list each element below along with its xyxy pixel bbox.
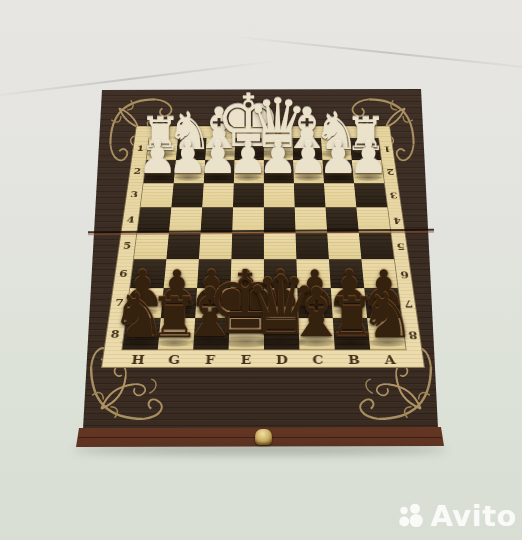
brass-clasp [255, 429, 272, 445]
square-c6 [296, 259, 330, 287]
board-cast-shadow [74, 445, 446, 454]
square-c1 [292, 138, 322, 160]
square-e4 [232, 207, 264, 232]
square-d7 [264, 288, 298, 318]
square-b6 [329, 259, 364, 287]
square-h8 [122, 318, 160, 350]
square-b5 [327, 233, 361, 260]
file-label-f: F [191, 350, 228, 369]
square-a6 [361, 259, 397, 287]
background-fabric-crease [231, 35, 522, 70]
file-label-far-c: C [292, 127, 321, 137]
square-b7 [331, 288, 367, 318]
corner-square-filigree [354, 142, 376, 156]
square-g8 [158, 318, 195, 350]
file-label-c: C [300, 350, 337, 369]
square-a7 [364, 288, 401, 318]
watermark: Avito [398, 499, 517, 533]
square-f5 [199, 233, 232, 260]
file-label-far-e: E [235, 127, 264, 137]
square-h2 [144, 160, 176, 183]
square-f6 [197, 259, 231, 287]
file-label-far-b: B [321, 127, 350, 137]
square-a5 [359, 233, 394, 260]
rank-label-3: 3 [125, 183, 143, 207]
file-labels-far-edge: HGFEDCBA [149, 127, 379, 137]
square-f2 [204, 160, 235, 183]
file-label-far-h: H [149, 127, 179, 137]
square-f8 [193, 318, 229, 350]
avito-logo-icon [398, 503, 425, 530]
square-h3 [141, 183, 174, 207]
file-label-a: A [371, 350, 409, 369]
square-d1 [264, 138, 293, 160]
chess-board-grid [121, 138, 406, 351]
file-label-far-d: D [264, 127, 293, 137]
square-d2 [264, 160, 294, 183]
square-d3 [264, 183, 295, 207]
square-g5 [166, 233, 200, 260]
square-b1 [321, 138, 352, 160]
watermark-text: Avito [430, 499, 517, 533]
file-label-d: D [264, 350, 300, 369]
square-d6 [264, 259, 297, 287]
playing-area-frame: HGFEDCBA HGFEDCBA 12345678 12345678 [101, 126, 425, 368]
file-label-far-g: G [177, 127, 206, 137]
square-g4 [169, 207, 202, 232]
square-d8 [264, 318, 299, 350]
rank-label-1: 1 [132, 138, 149, 160]
square-b2 [322, 160, 354, 183]
square-f1 [205, 138, 235, 160]
corner-square-filigree [151, 142, 173, 156]
square-e6 [231, 259, 264, 287]
square-f3 [202, 183, 234, 207]
square-f4 [201, 207, 233, 232]
square-g1 [176, 138, 207, 160]
corner-square-filigree [372, 323, 399, 343]
square-e2 [234, 160, 264, 183]
square-g3 [171, 183, 203, 207]
square-c2 [293, 160, 324, 183]
square-h7 [126, 288, 163, 318]
square-a1 [350, 138, 381, 160]
square-h4 [137, 207, 171, 232]
file-label-h: H [119, 350, 157, 369]
square-d5 [264, 233, 297, 260]
file-label-far-a: A [349, 127, 379, 137]
file-label-far-f: F [206, 127, 235, 137]
square-g6 [164, 259, 199, 287]
square-e5 [231, 233, 264, 260]
square-e1 [235, 138, 264, 160]
square-c3 [294, 183, 326, 207]
square-c7 [297, 288, 332, 318]
file-label-b: B [335, 350, 372, 369]
square-e8 [229, 318, 264, 350]
square-a3 [354, 183, 387, 207]
square-g2 [174, 160, 206, 183]
square-c5 [296, 233, 329, 260]
corner-square-filigree [128, 323, 155, 343]
square-g7 [161, 288, 197, 318]
square-a8 [367, 318, 405, 350]
file-labels-near-edge: HGFEDCBA [119, 350, 409, 369]
square-h1 [147, 138, 178, 160]
square-c8 [298, 318, 334, 350]
photo-scene: HGFEDCBA HGFEDCBA 12345678 12345678 ♜♞♝♚… [0, 0, 522, 540]
square-a2 [352, 160, 384, 183]
square-f7 [195, 288, 230, 318]
file-label-g: G [155, 350, 192, 369]
file-label-e: E [228, 350, 264, 369]
square-e3 [233, 183, 264, 207]
square-b3 [324, 183, 356, 207]
square-b8 [333, 318, 370, 350]
square-h6 [130, 259, 166, 287]
square-e7 [230, 288, 264, 318]
rank-label-2: 2 [129, 160, 146, 183]
square-h5 [134, 233, 169, 260]
